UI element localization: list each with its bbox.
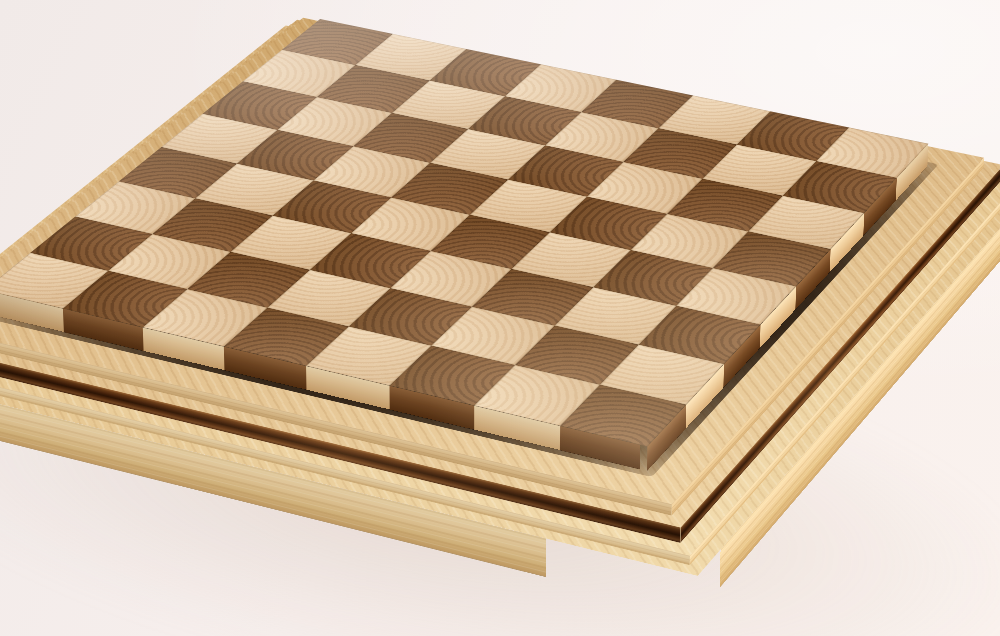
studio-background [0, 0, 1000, 636]
